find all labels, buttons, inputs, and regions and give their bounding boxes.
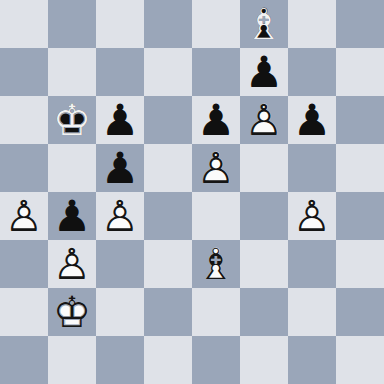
square-h5[interactable] (336, 144, 384, 192)
black-pawn-icon: ♟ (96, 144, 144, 192)
square-d8[interactable] (144, 0, 192, 48)
square-d3[interactable] (144, 240, 192, 288)
black-pawn-b4[interactable]: ♟ (48, 192, 96, 240)
square-g3[interactable] (288, 240, 336, 288)
square-h2[interactable] (336, 288, 384, 336)
square-g5[interactable] (288, 144, 336, 192)
square-f8[interactable]: ♝♗ (240, 0, 288, 48)
black-pawn-c5[interactable]: ♟ (96, 144, 144, 192)
square-f4[interactable] (240, 192, 288, 240)
square-h8[interactable] (336, 0, 384, 48)
square-c5[interactable]: ♟ (96, 144, 144, 192)
square-g1[interactable] (288, 336, 336, 384)
white-pawn-a4[interactable]: ♟♙ (0, 192, 48, 240)
square-e4[interactable] (192, 192, 240, 240)
white-king-outline-icon: ♔ (48, 288, 96, 336)
square-g2[interactable] (288, 288, 336, 336)
square-d2[interactable] (144, 288, 192, 336)
white-bishop-e3[interactable]: ♝♗ (192, 240, 240, 288)
white-king-b2[interactable]: ♚♔ (48, 288, 96, 336)
black-bishop-f8[interactable]: ♝♗ (240, 0, 288, 48)
square-b6[interactable]: ♚♔ (48, 96, 96, 144)
square-c1[interactable] (96, 336, 144, 384)
white-pawn-outline-icon: ♙ (0, 192, 48, 240)
square-c4[interactable]: ♟♙ (96, 192, 144, 240)
square-e8[interactable] (192, 0, 240, 48)
white-pawn-outline-icon: ♙ (192, 144, 240, 192)
square-b3[interactable]: ♟♙ (48, 240, 96, 288)
square-d7[interactable] (144, 48, 192, 96)
square-a1[interactable] (0, 336, 48, 384)
square-d4[interactable] (144, 192, 192, 240)
square-f1[interactable] (240, 336, 288, 384)
square-b1[interactable] (48, 336, 96, 384)
chess-board: ♝♗♟♚♔♟♟♟♙♟♟♟♙♟♙♟♟♙♟♙♟♙♝♗♚♔ (0, 0, 384, 384)
square-a7[interactable] (0, 48, 48, 96)
black-pawn-icon: ♟ (96, 96, 144, 144)
white-pawn-outline-icon: ♙ (96, 192, 144, 240)
square-g6[interactable]: ♟ (288, 96, 336, 144)
square-c8[interactable] (96, 0, 144, 48)
square-d6[interactable] (144, 96, 192, 144)
square-a2[interactable] (0, 288, 48, 336)
square-c3[interactable] (96, 240, 144, 288)
square-b5[interactable] (48, 144, 96, 192)
white-pawn-c4[interactable]: ♟♙ (96, 192, 144, 240)
square-h6[interactable] (336, 96, 384, 144)
black-king-b6[interactable]: ♚♔ (48, 96, 96, 144)
square-h4[interactable] (336, 192, 384, 240)
square-a3[interactable] (0, 240, 48, 288)
square-b4[interactable]: ♟ (48, 192, 96, 240)
white-pawn-e5[interactable]: ♟♙ (192, 144, 240, 192)
white-pawn-outline-icon: ♙ (48, 240, 96, 288)
square-e6[interactable]: ♟ (192, 96, 240, 144)
square-a8[interactable] (0, 0, 48, 48)
square-g4[interactable]: ♟♙ (288, 192, 336, 240)
white-pawn-outline-icon: ♙ (288, 192, 336, 240)
square-f3[interactable] (240, 240, 288, 288)
black-pawn-icon: ♟ (192, 96, 240, 144)
black-pawn-e6[interactable]: ♟ (192, 96, 240, 144)
square-d1[interactable] (144, 336, 192, 384)
square-f2[interactable] (240, 288, 288, 336)
white-pawn-outline-icon: ♙ (240, 96, 288, 144)
square-f6[interactable]: ♟♙ (240, 96, 288, 144)
square-b8[interactable] (48, 0, 96, 48)
square-c7[interactable] (96, 48, 144, 96)
white-pawn-g4[interactable]: ♟♙ (288, 192, 336, 240)
square-h1[interactable] (336, 336, 384, 384)
square-g7[interactable] (288, 48, 336, 96)
square-f5[interactable] (240, 144, 288, 192)
square-a5[interactable] (0, 144, 48, 192)
square-c2[interactable] (96, 288, 144, 336)
square-h7[interactable] (336, 48, 384, 96)
white-pawn-f6[interactable]: ♟♙ (240, 96, 288, 144)
square-b7[interactable] (48, 48, 96, 96)
white-bishop-outline-icon: ♗ (192, 240, 240, 288)
square-a4[interactable]: ♟♙ (0, 192, 48, 240)
black-pawn-icon: ♟ (288, 96, 336, 144)
square-f7[interactable]: ♟ (240, 48, 288, 96)
square-e2[interactable] (192, 288, 240, 336)
square-e3[interactable]: ♝♗ (192, 240, 240, 288)
square-a6[interactable] (0, 96, 48, 144)
square-g8[interactable] (288, 0, 336, 48)
black-pawn-icon: ♟ (240, 48, 288, 96)
square-e1[interactable] (192, 336, 240, 384)
black-bishop-outline-icon: ♗ (240, 0, 288, 48)
square-d5[interactable] (144, 144, 192, 192)
black-pawn-f7[interactable]: ♟ (240, 48, 288, 96)
black-king-outline-icon: ♔ (48, 96, 96, 144)
square-c6[interactable]: ♟ (96, 96, 144, 144)
white-pawn-b3[interactable]: ♟♙ (48, 240, 96, 288)
square-h3[interactable] (336, 240, 384, 288)
black-pawn-g6[interactable]: ♟ (288, 96, 336, 144)
square-e5[interactable]: ♟♙ (192, 144, 240, 192)
square-b2[interactable]: ♚♔ (48, 288, 96, 336)
square-e7[interactable] (192, 48, 240, 96)
black-pawn-c6[interactable]: ♟ (96, 96, 144, 144)
black-pawn-icon: ♟ (48, 192, 96, 240)
